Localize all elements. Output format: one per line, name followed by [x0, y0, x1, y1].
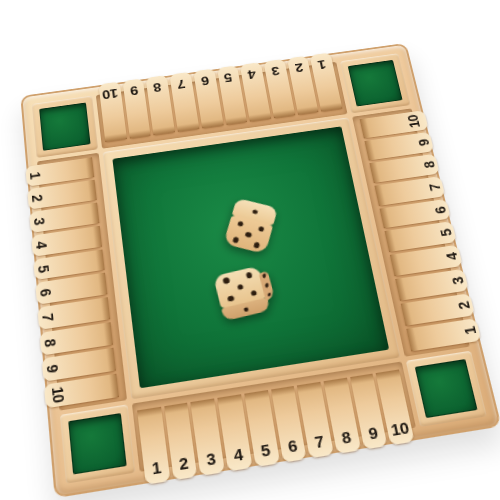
tile-number: 4: [232, 445, 243, 463]
tile-number: 3: [31, 217, 46, 226]
tile-number: 4: [443, 252, 459, 261]
tile-number: 3: [205, 450, 216, 468]
tile-number: 6: [287, 437, 298, 455]
die-pip: [237, 221, 244, 227]
tile-number: 5: [36, 264, 51, 273]
corner-felt-bottom-left: [68, 413, 126, 474]
tile-number: 8: [421, 160, 436, 169]
tile-number: 8: [153, 81, 162, 95]
felt-center: [112, 126, 389, 388]
die-pip: [246, 272, 253, 279]
tile-number: 6: [432, 205, 448, 214]
product-photo: 10987654321 12345678910: [0, 0, 500, 500]
die-pip: [252, 209, 258, 214]
tile-number: 4: [247, 68, 257, 82]
corner-pocket-bottom-right: [406, 351, 487, 427]
tile-number: 3: [271, 65, 281, 78]
tile-number: 7: [40, 313, 55, 323]
die-pip: [262, 273, 266, 278]
tile-number: 7: [426, 183, 441, 192]
tile-number: 1: [28, 171, 43, 180]
tile-number: 2: [455, 301, 471, 310]
tile-number: 10: [406, 114, 423, 129]
tile-number: 10: [102, 87, 119, 102]
tile-number: 2: [178, 454, 189, 472]
tile-number: 6: [38, 288, 53, 297]
tile-number: 10: [389, 419, 409, 438]
corner-pocket-bottom-left: [60, 404, 136, 483]
die-pip: [228, 295, 235, 302]
die-pip: [232, 237, 239, 243]
die-1[interactable]: [224, 198, 279, 254]
tile-number: 3: [449, 276, 465, 285]
corner-felt-top-left: [39, 103, 90, 151]
corner-felt-bottom-right: [415, 359, 478, 418]
die-pip: [258, 226, 265, 232]
tile-number: 9: [416, 138, 431, 146]
die-pip: [237, 283, 244, 290]
tile-number: 1: [461, 326, 477, 336]
die-pip: [267, 292, 271, 297]
tile-number: 4: [34, 240, 49, 249]
die-2[interactable]: [213, 266, 270, 322]
tile-number: 5: [260, 441, 271, 459]
tile-number: 10: [50, 386, 67, 404]
tile-number: 1: [317, 58, 327, 71]
tile-number: 2: [294, 62, 304, 75]
tile-number: 7: [313, 432, 325, 450]
corner-felt-top-right: [348, 60, 403, 107]
tile-number: 6: [200, 74, 210, 88]
tile-number: 9: [44, 364, 60, 374]
tile-number: 7: [177, 78, 186, 92]
tile-number: 8: [42, 338, 58, 348]
tile-top-10[interactable]: 10: [99, 82, 127, 142]
shut-the-box-board: 10987654321 12345678910: [20, 43, 500, 498]
tile-number: 9: [130, 84, 139, 98]
corner-pocket-top-left: [32, 96, 98, 158]
die-pip: [223, 277, 230, 284]
tile-number: 2: [30, 194, 45, 203]
die-pip: [251, 290, 258, 297]
die-pip: [253, 242, 260, 248]
tile-number: 9: [367, 424, 379, 442]
center-rim: [103, 117, 401, 399]
corner-pocket-top-right: [340, 53, 411, 113]
board-grid: 10987654321 12345678910: [32, 53, 487, 483]
die-pip: [243, 306, 249, 312]
tile-number: 8: [340, 428, 352, 446]
tile-number: 5: [438, 229, 454, 238]
die-pip: [245, 232, 252, 238]
tile-number: 5: [224, 71, 234, 85]
tile-number: 1: [151, 458, 162, 476]
die-pip: [265, 282, 269, 287]
